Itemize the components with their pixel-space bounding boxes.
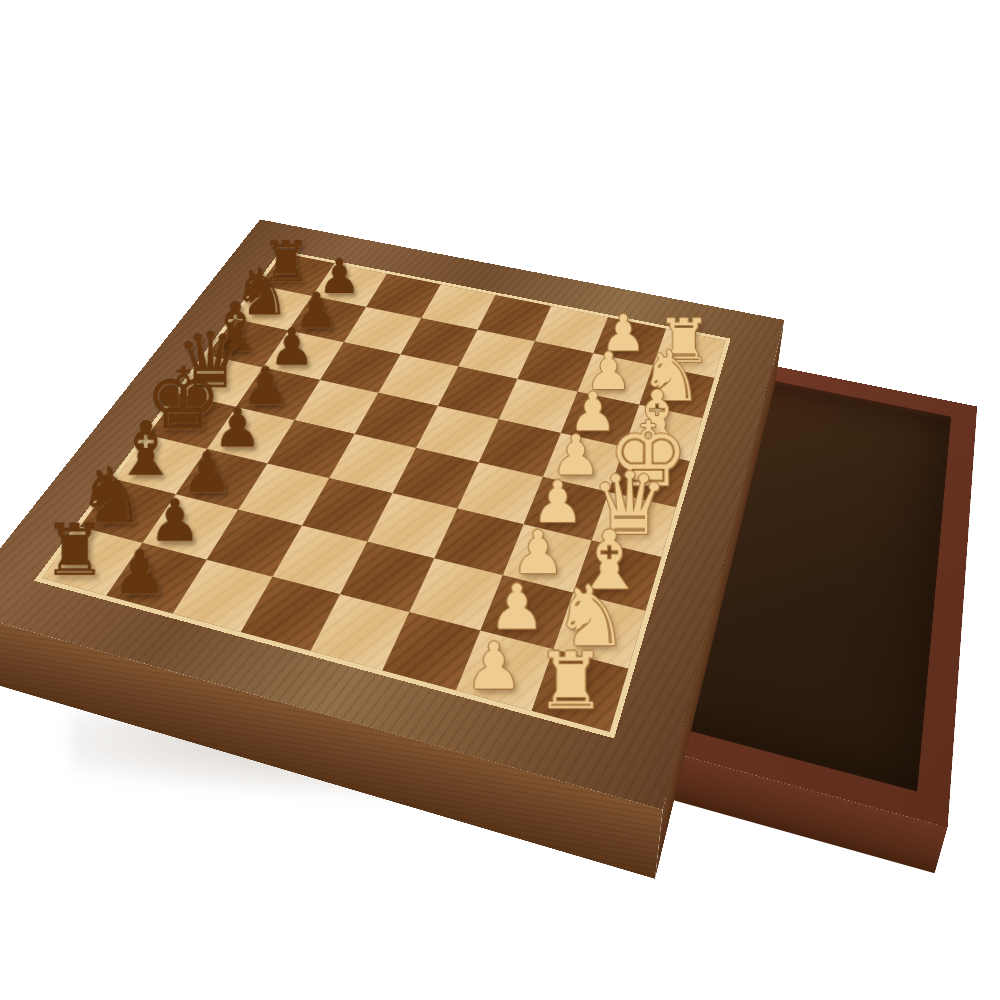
piece-black-rook[interactable]: ♜: [38, 515, 111, 586]
piece-black-pawn[interactable]: ♟: [103, 543, 177, 604]
piece-white-pawn[interactable]: ♟: [454, 635, 533, 700]
square-e5[interactable]: [355, 393, 438, 448]
piece-white-rook[interactable]: ♜: [531, 642, 611, 720]
chess-board: ♜♟♟♜♞♟♟♞♝♟♟♝♛♟♟♚♚♟♟♛♝♟♟♝♞♟♟♞♜♟♟♜: [42, 253, 726, 732]
chess-set-photo: ♜♟♟♜♞♟♟♞♝♟♟♝♛♟♟♚♚♟♟♛♝♟♟♝♞♟♟♞♜♟♟♜: [0, 0, 1000, 1000]
scene-stage: ♜♟♟♜♞♟♟♞♝♟♟♝♛♟♟♚♚♟♟♛♝♟♟♝♞♟♟♞♜♟♟♜: [0, 0, 1000, 1000]
